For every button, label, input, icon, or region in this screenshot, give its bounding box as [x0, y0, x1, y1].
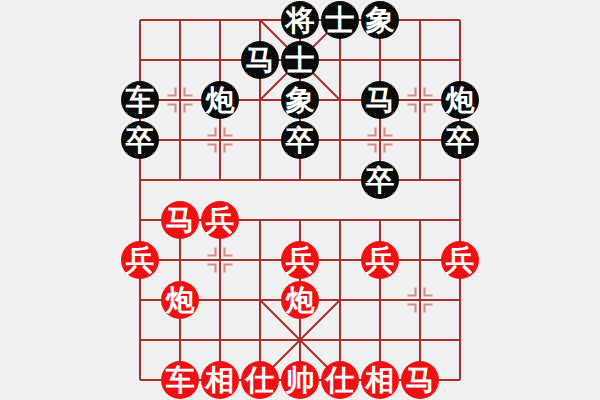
piece-glyph: 兵 — [446, 246, 475, 275]
piece-black-elephant[interactable]: 象 — [361, 1, 399, 39]
piece-red-soldier[interactable]: 兵 — [201, 201, 239, 239]
piece-red-soldier[interactable]: 兵 — [121, 241, 159, 279]
piece-glyph: 象 — [366, 6, 395, 35]
piece-glyph: 马 — [246, 46, 275, 75]
piece-glyph: 炮 — [286, 286, 315, 315]
piece-glyph: 兵 — [126, 246, 155, 275]
piece-red-advisor[interactable]: 仕 — [321, 361, 359, 399]
piece-glyph: 仕 — [246, 366, 275, 395]
piece-red-soldier[interactable]: 兵 — [281, 241, 319, 279]
piece-glyph: 马 — [406, 366, 435, 395]
piece-black-horse[interactable]: 马 — [361, 81, 399, 119]
piece-red-horse[interactable]: 马 — [161, 201, 199, 239]
piece-black-advisor[interactable]: 士 — [281, 41, 319, 79]
piece-red-cannon[interactable]: 炮 — [161, 281, 199, 319]
piece-glyph: 卒 — [446, 126, 475, 155]
piece-glyph: 士 — [286, 46, 315, 75]
piece-glyph: 炮 — [206, 86, 235, 115]
board-intersections[interactable]: 将士象马士车炮象马炮卒卒卒卒马兵兵兵兵兵炮炮车相仕帅仕相马 — [120, 0, 480, 400]
piece-black-general[interactable]: 将 — [281, 1, 319, 39]
piece-glyph: 相 — [206, 366, 235, 395]
piece-red-cannon[interactable]: 炮 — [281, 281, 319, 319]
piece-black-elephant[interactable]: 象 — [281, 81, 319, 119]
piece-glyph: 象 — [286, 86, 315, 115]
piece-glyph: 马 — [166, 206, 195, 235]
piece-glyph: 炮 — [446, 86, 475, 115]
piece-glyph: 仕 — [326, 366, 355, 395]
piece-glyph: 马 — [366, 86, 395, 115]
piece-glyph: 车 — [126, 86, 155, 115]
piece-glyph: 士 — [326, 6, 355, 35]
piece-glyph: 卒 — [286, 126, 315, 155]
piece-red-elephant[interactable]: 相 — [201, 361, 239, 399]
piece-glyph: 将 — [286, 6, 315, 35]
piece-black-cannon[interactable]: 炮 — [441, 81, 479, 119]
piece-glyph: 炮 — [166, 286, 195, 315]
piece-glyph: 相 — [366, 366, 395, 395]
piece-red-soldier[interactable]: 兵 — [361, 241, 399, 279]
piece-red-elephant[interactable]: 相 — [361, 361, 399, 399]
piece-glyph: 卒 — [366, 166, 395, 195]
piece-red-general[interactable]: 帅 — [281, 361, 319, 399]
piece-glyph: 车 — [166, 366, 195, 395]
piece-red-chariot[interactable]: 车 — [161, 361, 199, 399]
piece-glyph: 卒 — [126, 126, 155, 155]
piece-black-cannon[interactable]: 炮 — [201, 81, 239, 119]
piece-black-advisor[interactable]: 士 — [321, 1, 359, 39]
piece-glyph: 兵 — [286, 246, 315, 275]
piece-black-soldier[interactable]: 卒 — [441, 121, 479, 159]
piece-black-horse[interactable]: 马 — [241, 41, 279, 79]
piece-black-chariot[interactable]: 车 — [121, 81, 159, 119]
piece-glyph: 兵 — [206, 206, 235, 235]
piece-glyph: 帅 — [286, 366, 315, 395]
piece-red-advisor[interactable]: 仕 — [241, 361, 279, 399]
piece-red-soldier[interactable]: 兵 — [441, 241, 479, 279]
piece-black-soldier[interactable]: 卒 — [281, 121, 319, 159]
piece-black-soldier[interactable]: 卒 — [361, 161, 399, 199]
piece-glyph: 兵 — [366, 246, 395, 275]
xiangqi-board: 将士象马士车炮象马炮卒卒卒卒马兵兵兵兵兵炮炮车相仕帅仕相马 — [0, 0, 600, 400]
piece-red-horse[interactable]: 马 — [401, 361, 439, 399]
piece-black-soldier[interactable]: 卒 — [121, 121, 159, 159]
